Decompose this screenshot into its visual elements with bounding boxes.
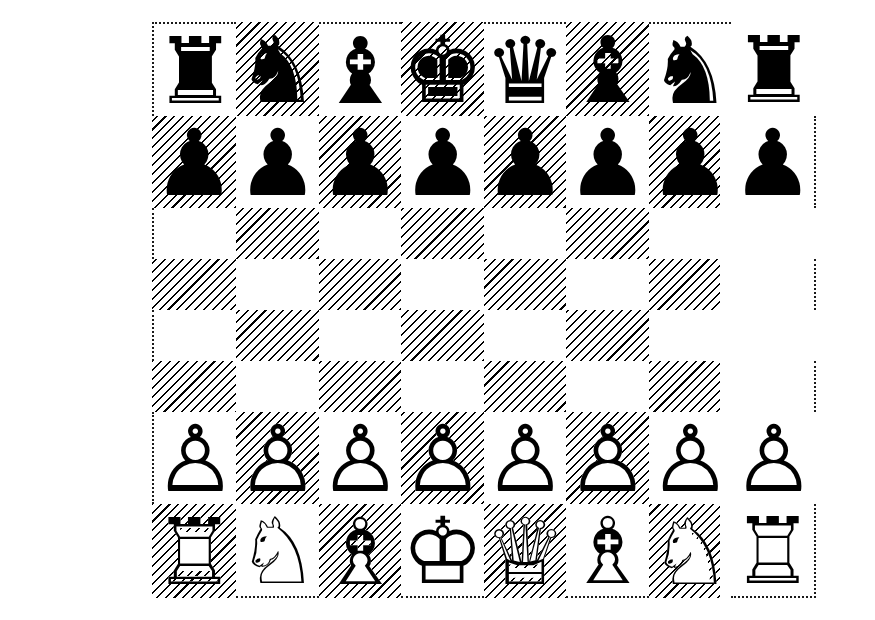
piece-black-bishop-f8: ♝: [566, 25, 648, 117]
square-f7[interactable]: ♟: [566, 116, 648, 208]
piece-white-bishop-f1: ♝♗: [566, 506, 648, 598]
square-e6[interactable]: [484, 208, 566, 259]
square-d7[interactable]: ♟: [401, 116, 483, 208]
square-a2[interactable]: ♟♙: [152, 412, 236, 504]
white-piece-outline: ♔: [401, 498, 483, 605]
square-h5[interactable]: [731, 259, 815, 310]
white-piece-outline: ♘: [649, 499, 731, 606]
piece-white-knight-b1: ♞♘: [236, 506, 318, 598]
piece-black-rook-a8: ♜: [154, 26, 236, 118]
square-a7[interactable]: ♟: [152, 116, 236, 208]
square-b6[interactable]: [236, 208, 318, 259]
piece-black-pawn-d7: ♟: [401, 118, 483, 210]
white-piece-outline: ♙: [566, 406, 648, 513]
square-h7[interactable]: ♟: [731, 116, 815, 208]
piece-black-pawn-b7: ♟: [236, 118, 318, 210]
white-piece-outline: ♙: [236, 406, 318, 513]
square-c2[interactable]: ♟♙: [319, 412, 401, 504]
square-d3[interactable]: [401, 361, 483, 412]
square-d4[interactable]: [401, 310, 483, 361]
square-b1[interactable]: ♞♘: [236, 504, 318, 598]
square-c6[interactable]: [319, 208, 401, 259]
piece-black-pawn-a7: ♟: [153, 118, 235, 210]
square-a4[interactable]: [152, 310, 236, 361]
piece-black-pawn-h7: ♟: [731, 118, 813, 210]
square-h2[interactable]: ♟♙: [731, 412, 815, 504]
white-piece-outline: ♙: [732, 406, 814, 513]
square-h3[interactable]: [731, 361, 815, 412]
piece-white-pawn-d2: ♟♙: [401, 414, 483, 506]
square-h1[interactable]: ♜♖: [731, 504, 815, 598]
square-f6[interactable]: [566, 208, 648, 259]
square-f1[interactable]: ♝♗: [566, 504, 648, 598]
white-piece-outline: ♙: [649, 406, 731, 513]
piece-white-rook-a1: ♜♖: [153, 507, 235, 599]
square-h6[interactable]: [731, 208, 815, 259]
square-b4[interactable]: [236, 310, 318, 361]
square-f5[interactable]: [566, 259, 648, 310]
square-e5[interactable]: [484, 259, 566, 310]
square-a6[interactable]: [152, 208, 236, 259]
piece-black-pawn-f7: ♟: [566, 118, 648, 210]
piece-black-queen-e8: ♛: [484, 26, 566, 118]
piece-white-pawn-f2: ♟♙: [566, 414, 648, 506]
white-piece-outline: ♗: [566, 498, 648, 605]
piece-white-pawn-e2: ♟♙: [484, 414, 566, 506]
square-e7[interactable]: ♟: [484, 116, 566, 208]
square-g1[interactable]: ♞♘: [649, 504, 731, 598]
white-piece-outline: ♙: [154, 406, 236, 513]
piece-black-pawn-e7: ♟: [484, 118, 566, 210]
white-piece-outline: ♕: [484, 499, 566, 606]
square-b2[interactable]: ♟♙: [236, 412, 318, 504]
square-c3[interactable]: [319, 361, 401, 412]
piece-white-pawn-a2: ♟♙: [154, 414, 236, 506]
square-e3[interactable]: [484, 361, 566, 412]
square-g4[interactable]: [649, 310, 731, 361]
piece-black-pawn-c7: ♟: [319, 118, 401, 210]
square-c7[interactable]: ♟: [319, 116, 401, 208]
square-a3[interactable]: [152, 361, 236, 412]
square-c8[interactable]: ♝: [319, 22, 401, 116]
square-e1[interactable]: ♛♕: [484, 504, 566, 598]
piece-white-king-d1: ♚♔: [401, 506, 483, 598]
white-piece-outline: ♙: [401, 406, 483, 513]
piece-white-pawn-g2: ♟♙: [649, 414, 731, 506]
square-c1[interactable]: ♝♗: [319, 504, 401, 598]
square-b5[interactable]: [236, 259, 318, 310]
piece-white-rook-h1: ♜♖: [731, 506, 813, 598]
white-piece-outline: ♖: [153, 499, 235, 606]
piece-black-knight-b8: ♞: [236, 25, 318, 117]
square-d5[interactable]: [401, 259, 483, 310]
square-h8[interactable]: ♜: [731, 22, 815, 116]
square-f8[interactable]: ♝: [566, 22, 648, 116]
square-b8[interactable]: ♞: [236, 22, 318, 116]
square-c4[interactable]: [319, 310, 401, 361]
square-g7[interactable]: ♟: [649, 116, 731, 208]
white-piece-outline: ♘: [236, 498, 318, 605]
square-f2[interactable]: ♟♙: [566, 412, 648, 504]
square-f3[interactable]: [566, 361, 648, 412]
piece-black-rook-h8: ♜: [732, 25, 814, 117]
piece-black-pawn-g7: ♟: [649, 118, 731, 210]
piece-black-knight-g8: ♞: [649, 26, 731, 118]
square-h4[interactable]: [731, 310, 815, 361]
square-c5[interactable]: [319, 259, 401, 310]
white-piece-outline: ♙: [319, 406, 401, 513]
piece-white-pawn-h2: ♟♙: [732, 414, 814, 506]
square-b3[interactable]: [236, 361, 318, 412]
white-piece-outline: ♙: [484, 406, 566, 513]
square-d6[interactable]: [401, 208, 483, 259]
piece-white-pawn-b2: ♟♙: [236, 414, 318, 506]
white-piece-outline: ♗: [319, 499, 401, 606]
chess-board: ♜♞♝♚♛♝♞♜♟♟♟♟♟♟♟♟♟♙♟♙♟♙♟♙♟♙♟♙♟♙♟♙♜♖♞♘♝♗♚♔…: [152, 22, 720, 598]
square-d8[interactable]: ♚: [401, 22, 483, 116]
square-g3[interactable]: [649, 361, 731, 412]
piece-white-pawn-c2: ♟♙: [319, 414, 401, 506]
square-g2[interactable]: ♟♙: [649, 412, 731, 504]
square-a5[interactable]: [152, 259, 236, 310]
square-e4[interactable]: [484, 310, 566, 361]
square-e2[interactable]: ♟♙: [484, 412, 566, 504]
square-d2[interactable]: ♟♙: [401, 412, 483, 504]
piece-white-knight-g1: ♞♘: [649, 507, 731, 599]
white-piece-outline: ♖: [731, 498, 813, 605]
piece-white-queen-e1: ♛♕: [484, 507, 566, 599]
square-f4[interactable]: [566, 310, 648, 361]
piece-black-bishop-c8: ♝: [319, 26, 401, 118]
square-a1[interactable]: ♜♖: [152, 504, 236, 598]
square-e8[interactable]: ♛: [484, 22, 566, 116]
square-g5[interactable]: [649, 259, 731, 310]
page: ♜♞♝♚♛♝♞♜♟♟♟♟♟♟♟♟♟♙♟♙♟♙♟♙♟♙♟♙♟♙♟♙♜♖♞♘♝♗♚♔…: [0, 0, 875, 620]
square-g6[interactable]: [649, 208, 731, 259]
square-a8[interactable]: ♜: [152, 22, 236, 116]
square-d1[interactable]: ♚♔: [401, 504, 483, 598]
piece-black-king-d8: ♚: [401, 25, 483, 117]
piece-white-bishop-c1: ♝♗: [319, 507, 401, 599]
square-g8[interactable]: ♞: [649, 22, 731, 116]
square-b7[interactable]: ♟: [236, 116, 318, 208]
